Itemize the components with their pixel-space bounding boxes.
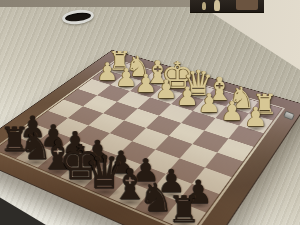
spare-chess-piece-icon xyxy=(202,2,206,10)
cable-grommet xyxy=(61,8,94,26)
wood-box xyxy=(236,0,258,10)
scene: ♜♞♝♚♛♝♞♜♟♟♟♟♟♟♟♟♟♟♟♟♟♟♟♟♜♞♝♚♛♝♞♜ xyxy=(0,0,300,225)
inner-frame-line xyxy=(0,59,285,225)
chess-board[interactable] xyxy=(0,50,300,225)
background-shelf xyxy=(190,0,264,13)
board-border xyxy=(0,50,300,225)
corner-shadow xyxy=(0,195,46,225)
background-strip xyxy=(0,0,195,7)
spare-chess-piece-icon xyxy=(214,0,220,11)
